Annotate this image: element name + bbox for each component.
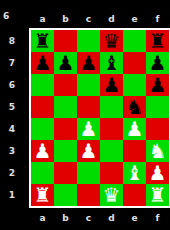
- piece-black-pawn: ♟: [34, 53, 52, 73]
- square-c8[interactable]: [77, 30, 100, 52]
- square-d5[interactable]: [100, 96, 123, 118]
- piece-white-rook: ♜: [149, 185, 167, 205]
- file-label-a: a: [31, 14, 54, 24]
- square-c1[interactable]: [77, 184, 100, 206]
- square-c4[interactable]: ♟: [77, 118, 100, 140]
- square-c5[interactable]: [77, 96, 100, 118]
- piece-white-pawn: ♟: [126, 119, 144, 139]
- rank-label-2: 2: [0, 162, 24, 184]
- piece-white-pawn: ♟: [80, 119, 98, 139]
- square-b6[interactable]: [54, 74, 77, 96]
- square-a2[interactable]: [31, 162, 54, 184]
- rank-label-4: 4: [0, 118, 24, 140]
- square-e2[interactable]: ♝: [123, 162, 146, 184]
- file-label-e: e: [123, 14, 146, 24]
- chess-board: ♜♛♜♟♟♟♝♟♟♟♞♟♟♟♟♞♝♟♜♛♜: [29, 28, 170, 208]
- file-label-c: c: [77, 14, 100, 24]
- square-d7[interactable]: ♝: [100, 52, 123, 74]
- piece-black-rook: ♜: [34, 31, 52, 51]
- square-f6[interactable]: ♟: [146, 74, 169, 96]
- square-b8[interactable]: [54, 30, 77, 52]
- corner-label: 6: [3, 11, 9, 21]
- piece-black-pawn: ♟: [57, 53, 75, 73]
- file-label-e: e: [123, 213, 146, 223]
- square-f8[interactable]: ♜: [146, 30, 169, 52]
- piece-black-knight: ♞: [126, 97, 144, 117]
- square-e3[interactable]: [123, 140, 146, 162]
- square-f4[interactable]: [146, 118, 169, 140]
- square-b1[interactable]: [54, 184, 77, 206]
- square-a3[interactable]: ♟: [31, 140, 54, 162]
- square-c3[interactable]: ♟: [77, 140, 100, 162]
- piece-black-pawn: ♟: [149, 75, 167, 95]
- piece-white-pawn: ♟: [80, 141, 98, 161]
- square-d4[interactable]: [100, 118, 123, 140]
- rank-label-6: 6: [0, 74, 24, 96]
- square-b4[interactable]: [54, 118, 77, 140]
- square-a7[interactable]: ♟: [31, 52, 54, 74]
- rank-label-7: 7: [0, 52, 24, 74]
- piece-white-bishop: ♝: [126, 163, 144, 183]
- file-label-c: c: [77, 213, 100, 223]
- piece-white-knight: ♞: [149, 141, 167, 161]
- square-a1[interactable]: ♜: [31, 184, 54, 206]
- square-d1[interactable]: ♛: [100, 184, 123, 206]
- square-e5[interactable]: ♞: [123, 96, 146, 118]
- square-c7[interactable]: ♟: [77, 52, 100, 74]
- file-label-d: d: [100, 213, 123, 223]
- file-labels-top: abcdef: [31, 14, 169, 24]
- rank-label-8: 8: [0, 30, 24, 52]
- rank-labels: 87654321: [0, 30, 24, 206]
- square-a4[interactable]: [31, 118, 54, 140]
- file-label-d: d: [100, 14, 123, 24]
- square-b3[interactable]: [54, 140, 77, 162]
- square-d6[interactable]: ♟: [100, 74, 123, 96]
- square-a5[interactable]: [31, 96, 54, 118]
- file-label-f: f: [146, 14, 169, 24]
- piece-black-pawn: ♟: [80, 53, 98, 73]
- square-e6[interactable]: [123, 74, 146, 96]
- piece-black-bishop: ♝: [103, 53, 121, 73]
- square-b7[interactable]: ♟: [54, 52, 77, 74]
- square-c2[interactable]: [77, 162, 100, 184]
- square-d8[interactable]: ♛: [100, 30, 123, 52]
- square-c6[interactable]: [77, 74, 100, 96]
- file-label-a: a: [31, 213, 54, 223]
- piece-black-rook: ♜: [149, 31, 167, 51]
- square-b5[interactable]: [54, 96, 77, 118]
- square-f5[interactable]: [146, 96, 169, 118]
- square-a6[interactable]: [31, 74, 54, 96]
- piece-white-pawn: ♟: [34, 141, 52, 161]
- square-f3[interactable]: ♞: [146, 140, 169, 162]
- rank-label-5: 5: [0, 96, 24, 118]
- file-label-b: b: [54, 213, 77, 223]
- file-label-f: f: [146, 213, 169, 223]
- piece-white-rook: ♜: [34, 185, 52, 205]
- square-e7[interactable]: [123, 52, 146, 74]
- rank-label-1: 1: [0, 184, 24, 206]
- piece-white-queen: ♛: [103, 185, 121, 205]
- square-a8[interactable]: ♜: [31, 30, 54, 52]
- piece-white-pawn: ♟: [149, 163, 167, 183]
- square-f2[interactable]: ♟: [146, 162, 169, 184]
- rank-label-3: 3: [0, 140, 24, 162]
- square-d2[interactable]: [100, 162, 123, 184]
- square-f7[interactable]: ♟: [146, 52, 169, 74]
- square-e4[interactable]: ♟: [123, 118, 146, 140]
- square-e8[interactable]: [123, 30, 146, 52]
- file-label-b: b: [54, 14, 77, 24]
- piece-black-pawn: ♟: [149, 53, 167, 73]
- square-b2[interactable]: [54, 162, 77, 184]
- square-f1[interactable]: ♜: [146, 184, 169, 206]
- square-e1[interactable]: [123, 184, 146, 206]
- piece-black-pawn: ♟: [103, 75, 121, 95]
- square-d3[interactable]: [100, 140, 123, 162]
- file-labels-bottom: abcdef: [31, 213, 169, 223]
- piece-black-queen: ♛: [103, 31, 121, 51]
